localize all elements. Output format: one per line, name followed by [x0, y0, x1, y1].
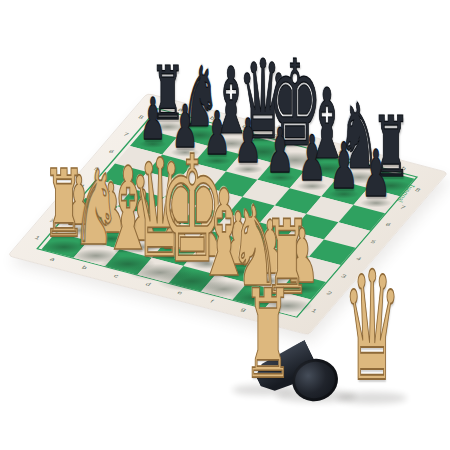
foreground-white-queen[interactable]: ♛: [343, 251, 401, 402]
rank-label-1-left: 1: [34, 235, 42, 240]
file-label-e-far: e: [304, 141, 312, 146]
rank-label-3-left: 3: [63, 201, 71, 206]
file-label-a-far: a: [177, 107, 185, 112]
rank-label-6-left: 6: [107, 149, 115, 154]
rank-label-6-right: 6: [384, 222, 392, 227]
file-label-g-far: g: [368, 158, 376, 163]
file-label-b-far: b: [209, 116, 217, 121]
rank-label-7-right: 7: [399, 205, 407, 210]
file-label-h-far: h: [400, 166, 408, 171]
file-label-f-near: f: [209, 299, 215, 304]
file-label-a-near: a: [49, 257, 57, 262]
foreground-white-rook[interactable]: ♜: [243, 273, 293, 396]
file-label-b-near: b: [80, 265, 88, 270]
rank-label-4-left: 4: [78, 184, 86, 189]
file-label-e-near: e: [176, 290, 184, 295]
chess-set-product-photo: aabbccddeeffgghh1122334455667788 Juegoal…: [0, 0, 450, 450]
file-label-c-near: c: [113, 274, 120, 279]
file-label-f-far: f: [337, 149, 343, 154]
rank-label-2-right: 2: [325, 291, 333, 296]
file-label-c-far: c: [241, 124, 248, 129]
rank-label-2-left: 2: [48, 218, 56, 223]
rank-label-1-right: 1: [310, 308, 318, 313]
file-label-d-far: d: [272, 132, 280, 137]
rank-label-8-right: 8: [414, 188, 422, 193]
rank-label-8-left: 8: [137, 115, 145, 120]
rank-label-7-left: 7: [122, 132, 130, 137]
rank-label-5-left: 5: [93, 166, 101, 171]
file-label-d-near: d: [144, 282, 152, 287]
